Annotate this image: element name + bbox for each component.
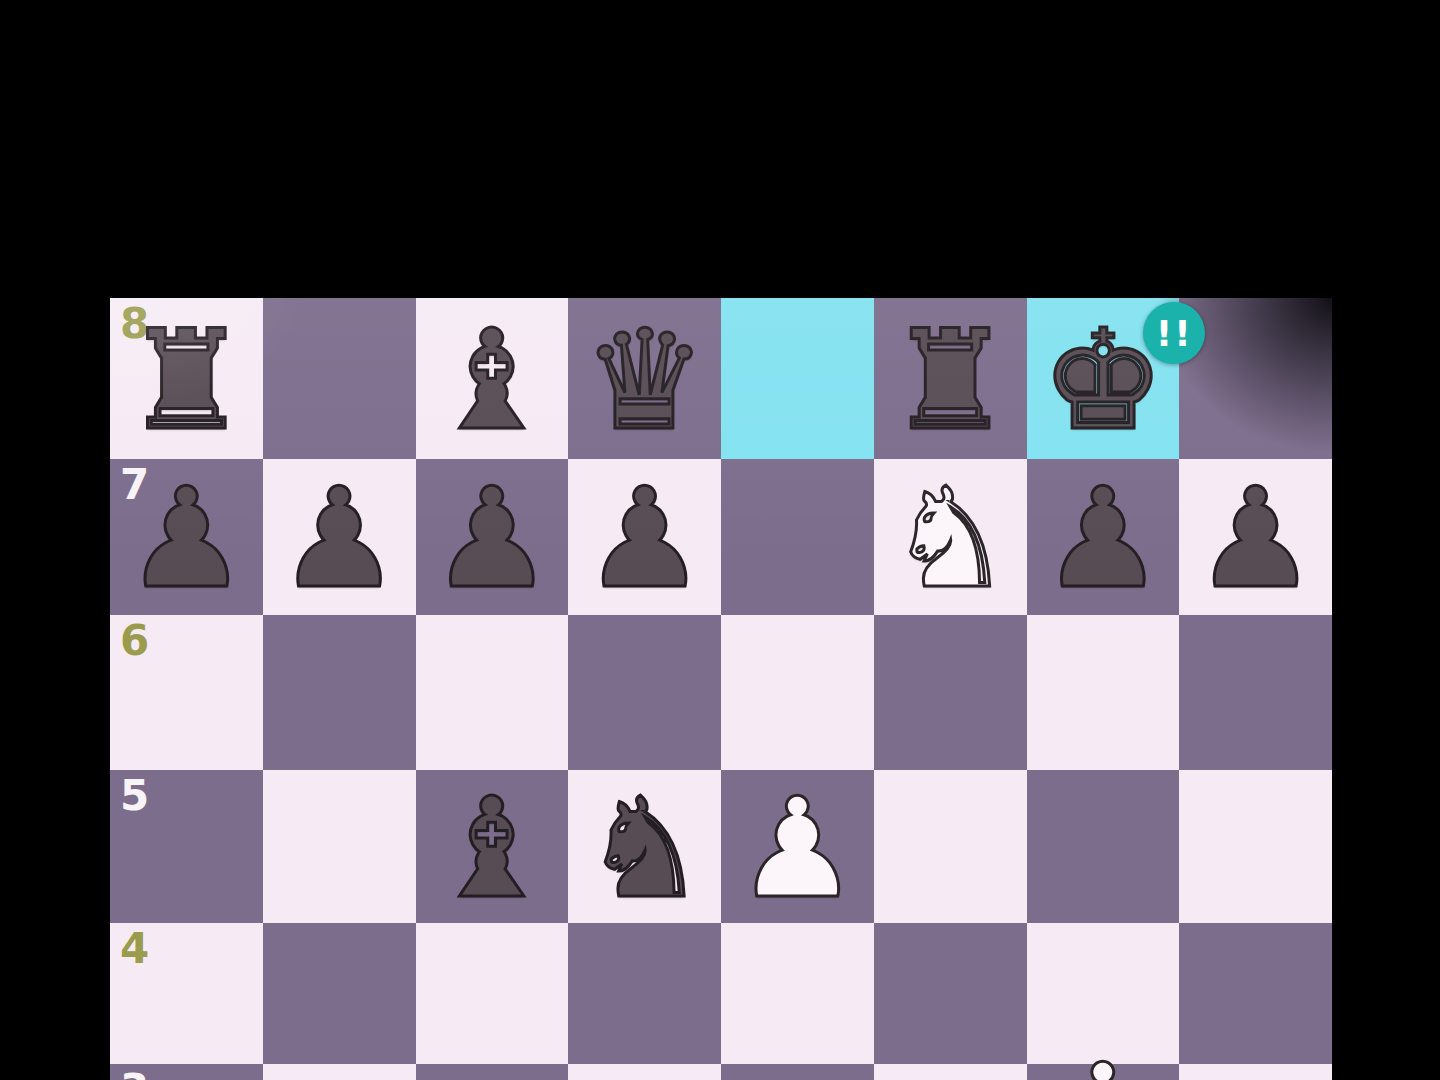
piece-black-pawn-b7[interactable]: ♟ xyxy=(277,470,401,608)
piece-black-pawn-d7[interactable]: ♟ xyxy=(583,470,707,608)
piece-black-pawn-h7[interactable]: ♟ xyxy=(1194,470,1318,608)
piece-black-knight-d5[interactable]: ♞ xyxy=(583,780,707,918)
square-h3[interactable] xyxy=(1179,1064,1332,1080)
square-d7[interactable]: ♟ xyxy=(568,459,721,615)
square-d5[interactable]: ♞ xyxy=(568,770,721,923)
square-b8[interactable] xyxy=(263,298,416,459)
square-d3[interactable] xyxy=(568,1064,721,1080)
piece-white-pawn-g3[interactable]: ♟ xyxy=(1041,1046,1165,1080)
piece-black-bishop-c5[interactable]: ♝ xyxy=(430,780,554,918)
square-c6[interactable] xyxy=(416,615,569,770)
square-e5[interactable]: ♟ xyxy=(721,770,874,923)
square-f4[interactable] xyxy=(874,923,1027,1064)
piece-black-queen-d8[interactable]: ♛ xyxy=(583,312,707,450)
square-a3[interactable]: 3 xyxy=(110,1064,263,1080)
square-e4[interactable] xyxy=(721,923,874,1064)
chess-board: 8♜♝♛♜♚!!7♟♟♟♟♞♟♟65♝♞♟43♟ xyxy=(110,298,1332,1080)
square-h6[interactable] xyxy=(1179,615,1332,770)
square-f7[interactable]: ♞ xyxy=(874,459,1027,615)
square-e8[interactable] xyxy=(721,298,874,459)
square-f5[interactable] xyxy=(874,770,1027,923)
square-a4[interactable]: 4 xyxy=(110,923,263,1064)
square-c7[interactable]: ♟ xyxy=(416,459,569,615)
square-h7[interactable]: ♟ xyxy=(1179,459,1332,615)
piece-black-bishop-c8[interactable]: ♝ xyxy=(430,312,554,450)
square-e7[interactable] xyxy=(721,459,874,615)
square-d8[interactable]: ♛ xyxy=(568,298,721,459)
piece-black-pawn-c7[interactable]: ♟ xyxy=(430,470,554,608)
square-b4[interactable] xyxy=(263,923,416,1064)
square-h4[interactable] xyxy=(1179,923,1332,1064)
square-c4[interactable] xyxy=(416,923,569,1064)
brilliant-move-badge: !! xyxy=(1143,302,1205,364)
square-c8[interactable]: ♝ xyxy=(416,298,569,459)
square-f6[interactable] xyxy=(874,615,1027,770)
piece-black-rook-f8[interactable]: ♜ xyxy=(888,312,1012,450)
square-g8[interactable]: ♚!! xyxy=(1027,298,1180,459)
square-g6[interactable] xyxy=(1027,615,1180,770)
square-g5[interactable] xyxy=(1027,770,1180,923)
square-e3[interactable] xyxy=(721,1064,874,1080)
rank-label-3: 3 xyxy=(120,1069,149,1080)
square-c5[interactable]: ♝ xyxy=(416,770,569,923)
square-f8[interactable]: ♜ xyxy=(874,298,1027,459)
square-g7[interactable]: ♟ xyxy=(1027,459,1180,615)
square-b7[interactable]: ♟ xyxy=(263,459,416,615)
square-a6[interactable]: 6 xyxy=(110,615,263,770)
piece-black-pawn-a7[interactable]: ♟ xyxy=(125,470,249,608)
rank-label-6: 6 xyxy=(120,620,149,662)
square-b6[interactable] xyxy=(263,615,416,770)
square-f3[interactable] xyxy=(874,1064,1027,1080)
square-b5[interactable] xyxy=(263,770,416,923)
screen-background: 8♜♝♛♜♚!!7♟♟♟♟♞♟♟65♝♞♟43♟ xyxy=(0,0,1440,1080)
square-a5[interactable]: 5 xyxy=(110,770,263,923)
square-b3[interactable] xyxy=(263,1064,416,1080)
square-h5[interactable] xyxy=(1179,770,1332,923)
square-g3[interactable]: ♟ xyxy=(1027,1064,1180,1080)
piece-black-rook-a8[interactable]: ♜ xyxy=(125,312,249,450)
piece-white-knight-f7[interactable]: ♞ xyxy=(888,470,1012,608)
piece-black-pawn-g7[interactable]: ♟ xyxy=(1041,470,1165,608)
square-d4[interactable] xyxy=(568,923,721,1064)
rank-label-5: 5 xyxy=(120,775,149,817)
square-a7[interactable]: 7♟ xyxy=(110,459,263,615)
square-e6[interactable] xyxy=(721,615,874,770)
rank-label-4: 4 xyxy=(120,928,149,970)
square-a8[interactable]: 8♜ xyxy=(110,298,263,459)
square-c3[interactable] xyxy=(416,1064,569,1080)
square-d6[interactable] xyxy=(568,615,721,770)
piece-white-pawn-e5[interactable]: ♟ xyxy=(736,780,860,918)
